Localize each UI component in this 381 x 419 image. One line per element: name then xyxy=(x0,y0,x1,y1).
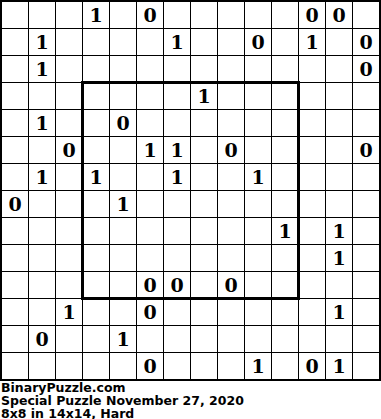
cell-r4c3[interactable] xyxy=(83,110,109,136)
cell-r13c0[interactable] xyxy=(2,353,28,379)
cell-r8c1[interactable] xyxy=(29,218,55,244)
cell-r8c8[interactable] xyxy=(218,218,244,244)
cell-r4c1: 1 xyxy=(29,110,55,136)
cell-r8c10: 1 xyxy=(272,218,298,244)
cell-r13c10[interactable] xyxy=(272,353,298,379)
cell-r13c8[interactable] xyxy=(218,353,244,379)
cell-r9c1[interactable] xyxy=(29,245,55,271)
cell-r7c13[interactable] xyxy=(353,191,379,217)
cell-r1c6: 1 xyxy=(164,29,190,55)
cell-r0c12: 0 xyxy=(326,2,352,28)
cell-r3c3[interactable] xyxy=(83,83,109,109)
cell-r3c11[interactable] xyxy=(299,83,325,109)
cell-r2c7[interactable] xyxy=(191,56,217,82)
cell-r6c7[interactable] xyxy=(191,164,217,190)
cell-r2c3[interactable] xyxy=(83,56,109,82)
cell-r4c12[interactable] xyxy=(326,110,352,136)
cell-r2c4[interactable] xyxy=(110,56,136,82)
cell-r9c9[interactable] xyxy=(245,245,271,271)
cell-r0c6[interactable] xyxy=(164,2,190,28)
cell-r2c8[interactable] xyxy=(218,56,244,82)
cell-r3c2[interactable] xyxy=(56,83,82,109)
cell-r0c7[interactable] xyxy=(191,2,217,28)
cell-r2c1: 1 xyxy=(29,56,55,82)
cell-r12c13[interactable] xyxy=(353,326,379,352)
cell-r0c10[interactable] xyxy=(272,2,298,28)
cell-r5c1[interactable] xyxy=(29,137,55,163)
cell-r10c10[interactable] xyxy=(272,272,298,298)
cell-r10c13[interactable] xyxy=(353,272,379,298)
cell-r2c10[interactable] xyxy=(272,56,298,82)
cell-r7c4: 1 xyxy=(110,191,136,217)
cell-r5c7[interactable] xyxy=(191,137,217,163)
cell-r6c6: 1 xyxy=(164,164,190,190)
cell-r9c12: 1 xyxy=(326,245,352,271)
cell-r5c13: 0 xyxy=(353,137,379,163)
cell-r2c13: 0 xyxy=(353,56,379,82)
cell-r8c7[interactable] xyxy=(191,218,217,244)
cell-r0c5: 0 xyxy=(137,2,163,28)
cell-r13c3[interactable] xyxy=(83,353,109,379)
cell-r7c12[interactable] xyxy=(326,191,352,217)
cell-r10c9[interactable] xyxy=(245,272,271,298)
cell-r11c7[interactable] xyxy=(191,299,217,325)
cell-r2c6[interactable] xyxy=(164,56,190,82)
cell-r3c13[interactable] xyxy=(353,83,379,109)
cell-r4c13[interactable] xyxy=(353,110,379,136)
cell-r4c9[interactable] xyxy=(245,110,271,136)
cell-r4c11[interactable] xyxy=(299,110,325,136)
cell-r1c10[interactable] xyxy=(272,29,298,55)
cell-r10c8: 0 xyxy=(218,272,244,298)
cell-r0c4[interactable] xyxy=(110,2,136,28)
cell-r7c2[interactable] xyxy=(56,191,82,217)
cell-r6c3: 1 xyxy=(83,164,109,190)
cell-r12c6[interactable] xyxy=(164,326,190,352)
cell-r4c7[interactable] xyxy=(191,110,217,136)
cell-r9c4[interactable] xyxy=(110,245,136,271)
cell-r7c3[interactable] xyxy=(83,191,109,217)
cell-r8c13[interactable] xyxy=(353,218,379,244)
cell-r0c9[interactable] xyxy=(245,2,271,28)
cell-r5c5: 1 xyxy=(137,137,163,163)
cell-r11c12: 1 xyxy=(326,299,352,325)
cell-r3c5[interactable] xyxy=(137,83,163,109)
cell-r11c9[interactable] xyxy=(245,299,271,325)
cell-r3c12[interactable] xyxy=(326,83,352,109)
cell-r12c11[interactable] xyxy=(299,326,325,352)
cell-r0c0[interactable] xyxy=(2,2,28,28)
cell-r8c3[interactable] xyxy=(83,218,109,244)
cell-r10c12[interactable] xyxy=(326,272,352,298)
cell-r10c2[interactable] xyxy=(56,272,82,298)
cell-r3c10[interactable] xyxy=(272,83,298,109)
cell-r13c7[interactable] xyxy=(191,353,217,379)
cell-r11c0[interactable] xyxy=(2,299,28,325)
cell-r13c2[interactable] xyxy=(56,353,82,379)
cell-r6c4[interactable] xyxy=(110,164,136,190)
cell-r1c2[interactable] xyxy=(56,29,82,55)
cell-r11c1[interactable] xyxy=(29,299,55,325)
cell-r12c2[interactable] xyxy=(56,326,82,352)
cell-r9c10[interactable] xyxy=(272,245,298,271)
cell-r5c2: 0 xyxy=(56,137,82,163)
cell-r6c9: 1 xyxy=(245,164,271,190)
cell-r7c11[interactable] xyxy=(299,191,325,217)
cell-r7c5[interactable] xyxy=(137,191,163,217)
cell-r6c1: 1 xyxy=(29,164,55,190)
cell-r13c6[interactable] xyxy=(164,353,190,379)
cell-r9c2[interactable] xyxy=(56,245,82,271)
cell-r13c4[interactable] xyxy=(110,353,136,379)
cell-r12c8[interactable] xyxy=(218,326,244,352)
cell-r12c7[interactable] xyxy=(191,326,217,352)
cell-r10c11[interactable] xyxy=(299,272,325,298)
cell-r5c0[interactable] xyxy=(2,137,28,163)
cell-r12c10[interactable] xyxy=(272,326,298,352)
cell-r3c6[interactable] xyxy=(164,83,190,109)
cell-r11c11[interactable] xyxy=(299,299,325,325)
cell-r10c0[interactable] xyxy=(2,272,28,298)
cell-r1c12[interactable] xyxy=(326,29,352,55)
puzzle-board: 1000110101011001100111101111000101010101 xyxy=(0,0,381,381)
cell-r6c12[interactable] xyxy=(326,164,352,190)
cell-r6c0[interactable] xyxy=(2,164,28,190)
cell-r1c4[interactable] xyxy=(110,29,136,55)
cell-r12c12[interactable] xyxy=(326,326,352,352)
cell-r11c13[interactable] xyxy=(353,299,379,325)
cell-r9c8[interactable] xyxy=(218,245,244,271)
page: 1000110101011001100111101111000101010101… xyxy=(0,0,381,419)
cell-r13c13[interactable] xyxy=(353,353,379,379)
cell-r5c9[interactable] xyxy=(245,137,271,163)
cell-r12c0[interactable] xyxy=(2,326,28,352)
cell-r10c4[interactable] xyxy=(110,272,136,298)
cell-r9c11[interactable] xyxy=(299,245,325,271)
cell-r11c3[interactable] xyxy=(83,299,109,325)
cell-r3c8[interactable] xyxy=(218,83,244,109)
cell-r3c1[interactable] xyxy=(29,83,55,109)
cell-r10c5: 0 xyxy=(137,272,163,298)
cell-r3c7: 1 xyxy=(191,83,217,109)
cell-r10c6: 0 xyxy=(164,272,190,298)
cell-r9c5[interactable] xyxy=(137,245,163,271)
cell-r12c1: 0 xyxy=(29,326,55,352)
cell-r0c8[interactable] xyxy=(218,2,244,28)
cell-r11c10[interactable] xyxy=(272,299,298,325)
cell-r12c3[interactable] xyxy=(83,326,109,352)
cell-r7c8[interactable] xyxy=(218,191,244,217)
cell-r6c5[interactable] xyxy=(137,164,163,190)
cell-r2c0[interactable] xyxy=(2,56,28,82)
cell-r6c13[interactable] xyxy=(353,164,379,190)
cell-r3c4[interactable] xyxy=(110,83,136,109)
cell-r11c8[interactable] xyxy=(218,299,244,325)
cell-r1c3[interactable] xyxy=(83,29,109,55)
cell-r10c3[interactable] xyxy=(83,272,109,298)
cell-r4c4: 0 xyxy=(110,110,136,136)
cell-r5c4[interactable] xyxy=(110,137,136,163)
cell-r3c0[interactable] xyxy=(2,83,28,109)
cell-r6c10[interactable] xyxy=(272,164,298,190)
cell-r8c12: 1 xyxy=(326,218,352,244)
cell-r9c3[interactable] xyxy=(83,245,109,271)
cell-r1c1: 1 xyxy=(29,29,55,55)
cell-r5c12[interactable] xyxy=(326,137,352,163)
cell-r0c13[interactable] xyxy=(353,2,379,28)
cell-r10c1[interactable] xyxy=(29,272,55,298)
cell-r9c7[interactable] xyxy=(191,245,217,271)
cell-r2c2[interactable] xyxy=(56,56,82,82)
cell-r12c4: 1 xyxy=(110,326,136,352)
cell-r1c9: 0 xyxy=(245,29,271,55)
cell-r4c6[interactable] xyxy=(164,110,190,136)
cell-r2c9[interactable] xyxy=(245,56,271,82)
cell-r2c12[interactable] xyxy=(326,56,352,82)
cell-r7c6[interactable] xyxy=(164,191,190,217)
cell-r3c9[interactable] xyxy=(245,83,271,109)
cell-r0c1[interactable] xyxy=(29,2,55,28)
cell-r8c6[interactable] xyxy=(164,218,190,244)
cell-r7c0: 0 xyxy=(2,191,28,217)
cell-r1c11: 1 xyxy=(299,29,325,55)
cell-r6c11[interactable] xyxy=(299,164,325,190)
cell-r9c0[interactable] xyxy=(2,245,28,271)
cell-r4c0[interactable] xyxy=(2,110,28,136)
cell-r5c3[interactable] xyxy=(83,137,109,163)
cell-r11c6[interactable] xyxy=(164,299,190,325)
cell-r11c2: 1 xyxy=(56,299,82,325)
cell-r6c8[interactable] xyxy=(218,164,244,190)
cell-r5c11[interactable] xyxy=(299,137,325,163)
cell-r5c10[interactable] xyxy=(272,137,298,163)
cell-r2c11[interactable] xyxy=(299,56,325,82)
cell-r8c0[interactable] xyxy=(2,218,28,244)
cell-r0c11: 0 xyxy=(299,2,325,28)
cell-r12c5[interactable] xyxy=(137,326,163,352)
cell-r13c12: 1 xyxy=(326,353,352,379)
cell-r0c2[interactable] xyxy=(56,2,82,28)
cell-r11c5: 0 xyxy=(137,299,163,325)
cell-r7c7[interactable] xyxy=(191,191,217,217)
cell-r13c5: 0 xyxy=(137,353,163,379)
cell-r4c5[interactable] xyxy=(137,110,163,136)
cell-r1c7[interactable] xyxy=(191,29,217,55)
cell-r7c1[interactable] xyxy=(29,191,55,217)
cell-r7c9[interactable] xyxy=(245,191,271,217)
cell-r11c4[interactable] xyxy=(110,299,136,325)
cell-r5c8: 0 xyxy=(218,137,244,163)
cell-r7c10[interactable] xyxy=(272,191,298,217)
cell-r13c11: 0 xyxy=(299,353,325,379)
cell-r13c1[interactable] xyxy=(29,353,55,379)
cell-r8c2[interactable] xyxy=(56,218,82,244)
cell-r1c13: 0 xyxy=(353,29,379,55)
cell-r10c7[interactable] xyxy=(191,272,217,298)
cell-r8c4[interactable] xyxy=(110,218,136,244)
caption: BinaryPuzzle.com Special Puzzle November… xyxy=(0,381,381,419)
cell-r1c0[interactable] xyxy=(2,29,28,55)
cell-r9c13[interactable] xyxy=(353,245,379,271)
cell-r5c6: 1 xyxy=(164,137,190,163)
cell-r4c10[interactable] xyxy=(272,110,298,136)
cell-r2c5[interactable] xyxy=(137,56,163,82)
cell-r8c9[interactable] xyxy=(245,218,271,244)
puzzle-details: 8x8 in 14x14, Hard xyxy=(1,407,381,419)
cell-r8c11[interactable] xyxy=(299,218,325,244)
cell-r1c8[interactable] xyxy=(218,29,244,55)
cell-r9c6[interactable] xyxy=(164,245,190,271)
cell-r0c3: 1 xyxy=(83,2,109,28)
cell-r4c8[interactable] xyxy=(218,110,244,136)
puzzle-grid: 1000110101011001100111101111000101010101 xyxy=(0,0,381,381)
cell-r1c5[interactable] xyxy=(137,29,163,55)
cell-r8c5[interactable] xyxy=(137,218,163,244)
cell-r6c2[interactable] xyxy=(56,164,82,190)
cell-r13c9: 1 xyxy=(245,353,271,379)
cell-r12c9[interactable] xyxy=(245,326,271,352)
cell-r4c2[interactable] xyxy=(56,110,82,136)
